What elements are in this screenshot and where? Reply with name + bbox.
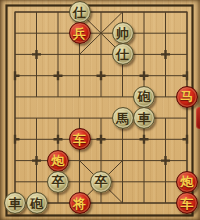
piece-red-horse[interactable]: 马 [176, 86, 198, 108]
piece-olive-soldier[interactable]: 卒 [47, 171, 69, 193]
piece-red-chariot[interactable]: 车 [176, 192, 198, 214]
piece-olive-cannon[interactable]: 砲 [26, 192, 48, 214]
xiangqi-board[interactable]: 仕兵帅仕砲马馬車车炮卒卒炮車砲将车 [0, 0, 200, 220]
piece-olive-advisor[interactable]: 仕 [69, 1, 91, 23]
piece-red-chariot[interactable]: 车 [69, 128, 91, 150]
clipped-red-piece-right-edge [196, 107, 200, 129]
piece-olive-chariot[interactable]: 車 [4, 192, 26, 214]
piece-red-cannon[interactable]: 炮 [47, 150, 69, 172]
piece-olive-horse[interactable]: 馬 [112, 107, 134, 129]
piece-olive-cannon[interactable]: 砲 [133, 86, 155, 108]
piece-olive-soldier[interactable]: 卒 [90, 171, 112, 193]
piece-red-soldier[interactable]: 兵 [69, 22, 91, 44]
piece-red-cannon[interactable]: 炮 [176, 171, 198, 193]
piece-olive-chariot[interactable]: 車 [133, 107, 155, 129]
piece-olive-general[interactable]: 帅 [112, 22, 134, 44]
piece-olive-advisor[interactable]: 仕 [112, 43, 134, 65]
piece-red-general[interactable]: 将 [69, 192, 91, 214]
